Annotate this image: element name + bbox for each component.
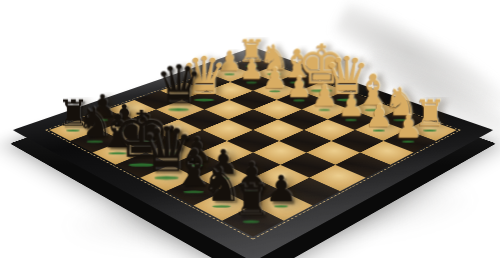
- pawn-glyph: ♟: [347, 111, 470, 141]
- square-h8: ♜♜: [222, 206, 283, 237]
- chess-set-photo: ♜♜♞♞♝♝♚♚♛♛♝♝♞♞♜♜♟♟♟♟♟♟♟♟♟♟♟♟♟♟♟♟♛♛♛♛♟♟♟♟…: [0, 0, 500, 258]
- felt-base: [402, 141, 415, 143]
- felt-base: [243, 220, 260, 222]
- rook-glyph: ♜: [179, 180, 324, 221]
